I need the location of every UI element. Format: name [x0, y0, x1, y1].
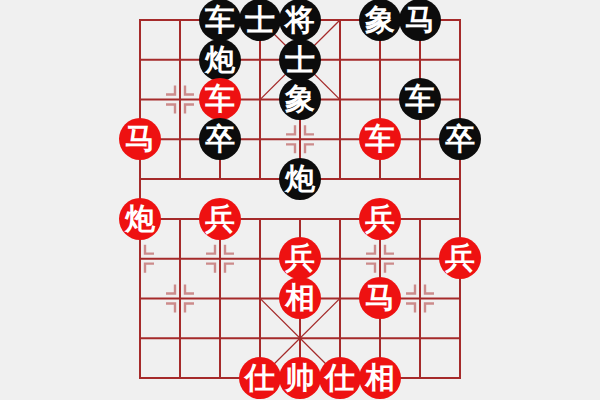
piece-black-cannon[interactable]: 炮	[279, 158, 321, 200]
piece-black-elephant[interactable]: 象	[359, 0, 401, 41]
piece-red-soldier[interactable]: 兵	[359, 198, 401, 240]
xiangqi-board-area: 车士将象马炮士车象车马卒车卒炮炮兵兵兵兵相马仕帅仕相	[0, 0, 600, 400]
piece-red-soldier[interactable]: 兵	[199, 198, 241, 240]
piece-red-chariot[interactable]: 车	[359, 118, 401, 160]
piece-black-chariot[interactable]: 车	[199, 0, 241, 41]
piece-black-advisor[interactable]: 士	[239, 0, 281, 41]
piece-red-elephant[interactable]: 相	[279, 277, 321, 319]
piece-red-advisor[interactable]: 仕	[239, 357, 281, 399]
piece-red-elephant[interactable]: 相	[359, 357, 401, 399]
piece-red-horse[interactable]: 马	[359, 277, 401, 319]
pieces-layer: 车士将象马炮士车象车马卒车卒炮炮兵兵兵兵相马仕帅仕相	[120, 0, 480, 398]
piece-black-soldier[interactable]: 卒	[439, 118, 481, 160]
piece-red-king[interactable]: 帅	[279, 357, 321, 399]
piece-black-advisor[interactable]: 士	[279, 39, 321, 81]
piece-red-soldier[interactable]: 兵	[279, 237, 321, 279]
piece-black-cannon[interactable]: 炮	[199, 39, 241, 81]
piece-black-horse[interactable]: 马	[399, 0, 441, 41]
piece-black-king[interactable]: 将	[279, 0, 321, 41]
piece-black-soldier[interactable]: 卒	[199, 118, 241, 160]
piece-red-cannon[interactable]: 炮	[119, 198, 161, 240]
piece-red-soldier[interactable]: 兵	[439, 237, 481, 279]
piece-red-horse[interactable]: 马	[119, 118, 161, 160]
piece-black-chariot[interactable]: 车	[399, 78, 441, 120]
piece-red-advisor[interactable]: 仕	[319, 357, 361, 399]
piece-black-elephant[interactable]: 象	[279, 78, 321, 120]
piece-red-chariot[interactable]: 车	[199, 78, 241, 120]
